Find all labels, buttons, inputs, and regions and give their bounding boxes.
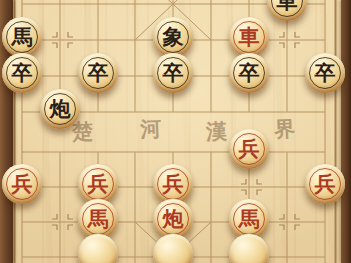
piece-red-chariot-g3[interactable]: 車 xyxy=(229,17,269,57)
piece-black-cannon-b5[interactable]: 炮 xyxy=(40,89,80,129)
piece-character: 卒 xyxy=(12,53,33,93)
piece-character: 卒 xyxy=(239,53,260,93)
piece-character: 車 xyxy=(239,17,260,57)
piece-black-soldier-c4[interactable]: 卒 xyxy=(78,53,118,93)
piece-character: 炮 xyxy=(163,199,184,239)
piece-character: 兵 xyxy=(12,164,33,204)
piece-character: 象 xyxy=(163,17,184,57)
piece-red-soldier-i7[interactable]: 兵 xyxy=(305,164,345,204)
piece-black-soldier-i4[interactable]: 卒 xyxy=(305,53,345,93)
piece-black-soldier-g4[interactable]: 卒 xyxy=(229,53,269,93)
piece-black-elephant-e3[interactable]: 象 xyxy=(153,17,193,57)
piece-character: 馬 xyxy=(239,199,260,239)
piece-red-horse-c8[interactable]: 馬 xyxy=(78,199,118,239)
piece-character: 卒 xyxy=(315,53,336,93)
piece-character: 炮 xyxy=(50,89,71,129)
piece-character: 車 xyxy=(277,0,298,21)
piece-character: 卒 xyxy=(88,53,109,93)
piece-character: 馬 xyxy=(88,199,109,239)
piece-character: 卒 xyxy=(163,53,184,93)
piece-black-soldier-a4[interactable]: 卒 xyxy=(2,53,42,93)
piece-black-horse-a3[interactable]: 馬 xyxy=(2,17,42,57)
piece-black-soldier-e4[interactable]: 卒 xyxy=(153,53,193,93)
piece-red-cannon-e8[interactable]: 炮 xyxy=(153,199,193,239)
river-label-chu-he: 楚 河 xyxy=(72,114,182,146)
piece-red-soldier-a7[interactable]: 兵 xyxy=(2,164,42,204)
board-frame-right xyxy=(341,0,351,263)
piece-character: 兵 xyxy=(239,129,260,169)
piece-character: 兵 xyxy=(163,164,184,204)
piece-red-soldier-g6[interactable]: 兵 xyxy=(229,129,269,169)
xiangqi-board[interactable]: 楚 河 漢 界 車馬象車卒卒卒卒卒炮兵兵兵兵兵馬炮馬 xyxy=(0,0,351,263)
piece-red-soldier-e7[interactable]: 兵 xyxy=(153,164,193,204)
piece-red-horse-g8[interactable]: 馬 xyxy=(229,199,269,239)
piece-character: 兵 xyxy=(88,164,109,204)
piece-character: 兵 xyxy=(315,164,336,204)
piece-character: 馬 xyxy=(12,17,33,57)
piece-red-soldier-c7[interactable]: 兵 xyxy=(78,164,118,204)
